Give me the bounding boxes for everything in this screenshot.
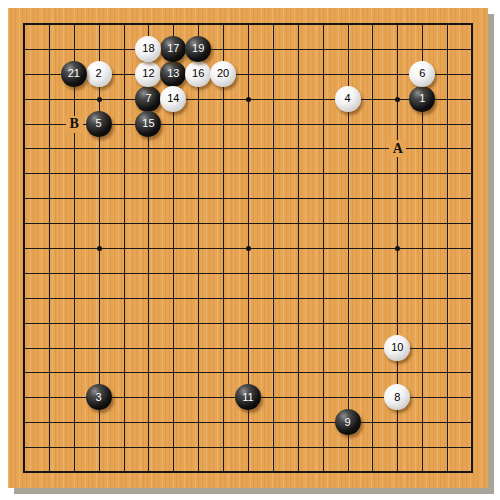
point-label-a[interactable]: A xyxy=(389,140,406,157)
grid-line-vertical xyxy=(447,24,448,472)
grid-line-horizontal xyxy=(24,447,472,448)
stone-black-15[interactable]: 15 xyxy=(135,111,161,137)
stone-black-13[interactable]: 13 xyxy=(160,61,186,87)
stone-black-7[interactable]: 7 xyxy=(135,86,161,112)
stone-black-1[interactable]: 1 xyxy=(409,86,435,112)
stone-white-10[interactable]: 10 xyxy=(384,335,410,361)
star-point xyxy=(246,246,251,251)
stone-black-5[interactable]: 5 xyxy=(86,111,112,137)
grid-line-horizontal xyxy=(24,422,472,423)
stone-black-19[interactable]: 19 xyxy=(185,36,211,62)
grid-line-horizontal xyxy=(24,372,472,373)
stone-white-14[interactable]: 14 xyxy=(160,86,186,112)
stone-black-9[interactable]: 9 xyxy=(335,409,361,435)
stone-black-3[interactable]: 3 xyxy=(86,384,112,410)
stone-white-2[interactable]: 2 xyxy=(86,61,112,87)
star-point xyxy=(97,246,102,251)
stone-white-20[interactable]: 20 xyxy=(210,61,236,87)
stone-white-4[interactable]: 4 xyxy=(335,86,361,112)
point-label-b[interactable]: B xyxy=(66,116,83,133)
stone-black-21[interactable]: 21 xyxy=(61,61,87,87)
go-diagram: AB123456789101112131415161718192021 xyxy=(0,0,500,500)
grid-line-vertical xyxy=(298,24,299,472)
grid-line-horizontal xyxy=(24,323,472,324)
grid-line-vertical xyxy=(323,24,324,472)
stone-white-16[interactable]: 16 xyxy=(185,61,211,87)
go-board[interactable]: AB123456789101112131415161718192021 xyxy=(8,8,488,488)
star-point xyxy=(246,97,251,102)
grid-line-horizontal xyxy=(24,298,472,299)
grid-line-horizontal xyxy=(24,273,472,274)
grid-line-vertical xyxy=(372,24,373,472)
stone-white-6[interactable]: 6 xyxy=(409,61,435,87)
grid-line-vertical xyxy=(273,24,274,472)
star-point xyxy=(97,97,102,102)
